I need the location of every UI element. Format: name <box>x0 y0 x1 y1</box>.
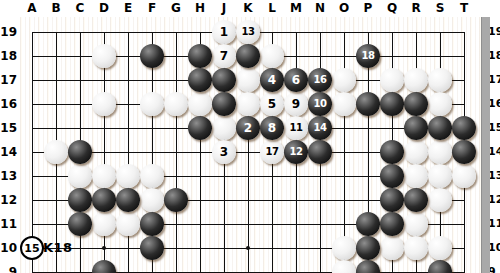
column-label-Q: Q <box>383 0 401 16</box>
black-stone-P16 <box>356 92 380 116</box>
move-number: 9 <box>292 98 300 110</box>
column-label-J: J <box>215 0 233 16</box>
grid-vline <box>104 32 105 273</box>
black-stone-S15 <box>428 116 452 140</box>
white-stone-L14: 17 <box>260 140 284 164</box>
black-stone-H17 <box>188 68 212 92</box>
move-number: 3 <box>220 146 228 158</box>
column-label-R: R <box>407 0 425 16</box>
column-label-A: A <box>23 0 41 16</box>
white-stone-J18: 7 <box>212 44 236 68</box>
go-board-viewer: K18 1137591131718461610281412 15 ABCDEFG… <box>0 0 500 273</box>
white-stone-J15 <box>212 116 236 140</box>
black-stone-Q14 <box>380 140 404 164</box>
white-stone-S17 <box>428 68 452 92</box>
black-stone-R15 <box>404 116 428 140</box>
black-stone-H15 <box>188 116 212 140</box>
black-stone-Q16 <box>380 92 404 116</box>
move-number: 13 <box>242 27 255 37</box>
white-stone-Q17 <box>380 68 404 92</box>
white-stone-S13 <box>428 164 452 188</box>
annotation-move-circle: 15 <box>20 236 44 260</box>
black-stone-P11 <box>356 212 380 236</box>
column-label-B: B <box>47 0 65 16</box>
star-point <box>102 246 106 250</box>
row-label-left-16: 16 <box>0 96 17 112</box>
row-label-left-17: 17 <box>0 72 17 88</box>
column-label-N: N <box>311 0 329 16</box>
white-stone-S16 <box>428 92 452 116</box>
black-stone-E12 <box>116 188 140 212</box>
move-number: 7 <box>220 50 228 62</box>
black-stone-F11 <box>140 212 164 236</box>
white-stone-J19: 1 <box>212 20 236 44</box>
black-stone-D12 <box>92 188 116 212</box>
column-label-C: C <box>71 0 89 16</box>
white-stone-D18 <box>92 44 116 68</box>
white-stone-K17 <box>236 68 260 92</box>
white-stone-O10 <box>332 236 356 260</box>
column-label-F: F <box>143 0 161 16</box>
white-stone-J14: 3 <box>212 140 236 164</box>
row-label-left-12: 12 <box>0 192 17 208</box>
white-stone-M16: 9 <box>284 92 308 116</box>
black-stone-N14 <box>308 140 332 164</box>
white-stone-C13 <box>68 164 92 188</box>
white-stone-Q10 <box>380 236 404 260</box>
black-stone-F10 <box>140 236 164 260</box>
row-label-left-19: 19 <box>0 24 17 40</box>
black-stone-G12 <box>164 188 188 212</box>
move-number: 6 <box>292 74 300 86</box>
black-stone-R16 <box>404 92 428 116</box>
annotation-text: K18 <box>43 240 73 256</box>
white-stone-O16 <box>332 92 356 116</box>
white-stone-R11 <box>404 212 428 236</box>
black-stone-C14 <box>68 140 92 164</box>
column-label-T: T <box>455 0 473 16</box>
black-stone-J17 <box>212 68 236 92</box>
white-stone-R13 <box>404 164 428 188</box>
black-stone-C12 <box>68 188 92 212</box>
black-stone-T15 <box>452 116 476 140</box>
white-stone-D11 <box>92 212 116 236</box>
black-stone-N17: 16 <box>308 68 332 92</box>
move-number: 12 <box>290 147 303 157</box>
black-stone-H18 <box>188 44 212 68</box>
black-stone-P18: 18 <box>356 44 380 68</box>
column-label-H: H <box>191 0 209 16</box>
column-label-M: M <box>287 0 305 16</box>
white-stone-F12 <box>140 188 164 212</box>
move-number: 10 <box>314 99 327 109</box>
white-stone-E13 <box>116 164 140 188</box>
white-stone-G16 <box>164 92 188 116</box>
star-point <box>246 246 250 250</box>
black-stone-J16 <box>212 92 236 116</box>
grid-vline <box>128 32 129 273</box>
row-label-left-11: 11 <box>0 216 17 232</box>
black-stone-Q11 <box>380 212 404 236</box>
black-stone-Q12 <box>380 188 404 212</box>
column-label-L: L <box>263 0 281 16</box>
move-number: 18 <box>362 51 375 61</box>
black-stone-L15: 8 <box>260 116 284 140</box>
white-stone-D16 <box>92 92 116 116</box>
black-stone-M17: 6 <box>284 68 308 92</box>
white-stone-R14 <box>404 140 428 164</box>
black-stone-R12 <box>404 188 428 212</box>
white-stone-L18 <box>260 44 284 68</box>
column-label-D: D <box>95 0 113 16</box>
white-stone-H16 <box>188 92 212 116</box>
row-label-left-9: 9 <box>0 264 17 273</box>
white-stone-L16: 5 <box>260 92 284 116</box>
move-number: 8 <box>268 122 276 134</box>
black-stone-L17: 4 <box>260 68 284 92</box>
column-label-E: E <box>119 0 137 16</box>
white-stone-S10 <box>428 236 452 260</box>
row-label-left-13: 13 <box>0 168 17 184</box>
move-number: 11 <box>290 123 303 133</box>
white-stone-R17 <box>404 68 428 92</box>
column-label-K: K <box>239 0 257 16</box>
black-stone-P10 <box>356 236 380 260</box>
move-number: 1 <box>220 26 228 38</box>
column-label-S: S <box>431 0 449 16</box>
white-stone-D13 <box>92 164 116 188</box>
scrollbar[interactable] <box>481 17 490 273</box>
white-stone-O17 <box>332 68 356 92</box>
move-number: 16 <box>314 75 327 85</box>
row-label-left-14: 14 <box>0 144 17 160</box>
row-label-left-10: 10 <box>0 240 17 256</box>
black-stone-K18 <box>236 44 260 68</box>
grid-vline <box>176 32 177 273</box>
white-stone-K19: 13 <box>236 20 260 44</box>
white-stone-K16 <box>236 92 260 116</box>
move-number: 17 <box>266 147 279 157</box>
white-stone-B14 <box>44 140 68 164</box>
row-label-left-18: 18 <box>0 48 17 64</box>
black-stone-F18 <box>140 44 164 68</box>
row-label-left-15: 15 <box>0 120 17 136</box>
white-stone-F16 <box>140 92 164 116</box>
white-stone-S14 <box>428 140 452 164</box>
black-stone-K15: 2 <box>236 116 260 140</box>
white-stone-R10 <box>404 236 428 260</box>
column-label-O: O <box>335 0 353 16</box>
black-stone-T14 <box>452 140 476 164</box>
move-number: 14 <box>314 123 327 133</box>
white-stone-M15: 11 <box>284 116 308 140</box>
white-stone-S12 <box>428 188 452 212</box>
black-stone-C11 <box>68 212 92 236</box>
white-stone-E11 <box>116 212 140 236</box>
move-number: 5 <box>268 98 276 110</box>
move-number: 2 <box>244 122 252 134</box>
move-number: 4 <box>268 74 276 86</box>
black-stone-N16: 10 <box>308 92 332 116</box>
column-label-G: G <box>167 0 185 16</box>
column-label-P: P <box>359 0 377 16</box>
black-stone-N15: 14 <box>308 116 332 140</box>
black-stone-Q13 <box>380 164 404 188</box>
white-stone-F13 <box>140 164 164 188</box>
white-stone-T13 <box>452 164 476 188</box>
black-stone-M14: 12 <box>284 140 308 164</box>
